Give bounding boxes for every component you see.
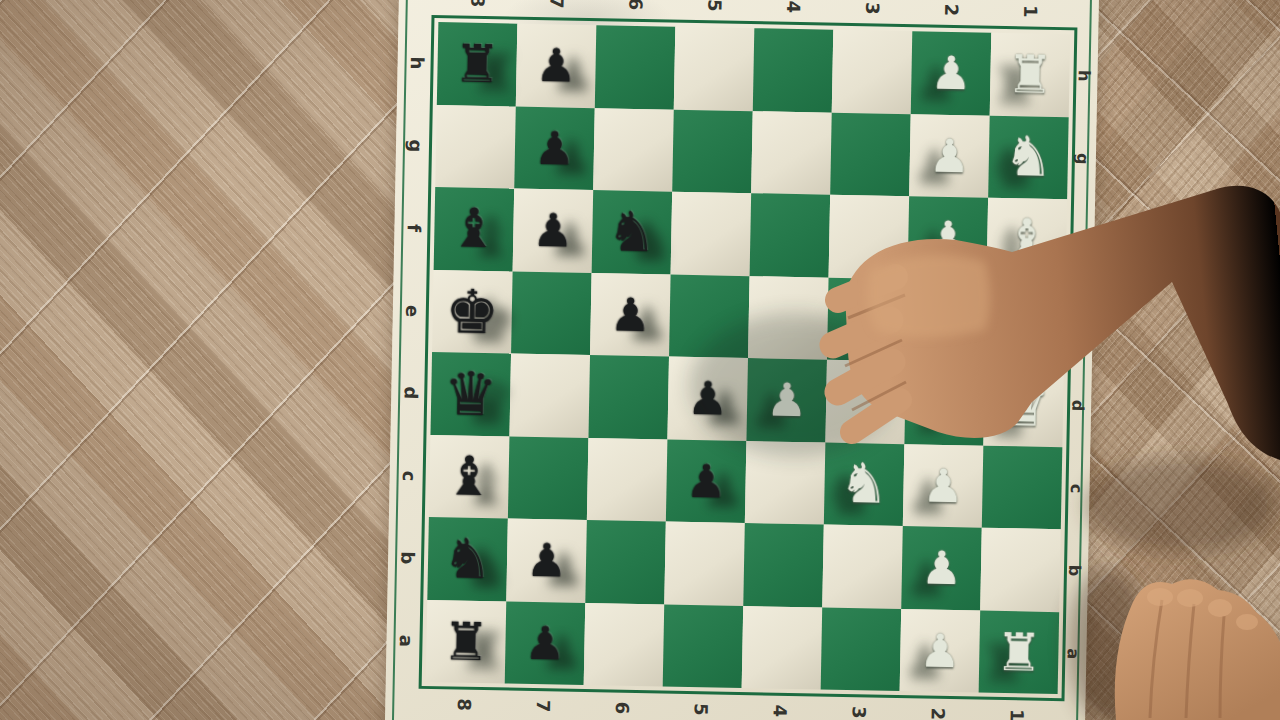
square-f6[interactable]: ♞ <box>592 190 673 274</box>
square-c3[interactable]: ♞ <box>824 442 905 526</box>
file-label-d: d <box>370 376 453 410</box>
square-b7[interactable]: ♟ <box>506 519 587 603</box>
square-d7[interactable] <box>509 354 590 438</box>
square-d5[interactable]: ♟ <box>667 357 748 441</box>
piece-black-king-e8[interactable]: ♚ <box>445 281 500 342</box>
piece-white-knight-g1[interactable]: ♞ <box>1003 129 1053 185</box>
piece-black-knight-b8[interactable]: ♞ <box>442 531 492 587</box>
piece-white-pawn-b2[interactable]: ♟ <box>920 545 962 592</box>
piece-black-pawn-f7[interactable]: ♟ <box>532 207 574 254</box>
piece-black-pawn-b7[interactable]: ♟ <box>526 537 568 584</box>
square-c6[interactable] <box>587 438 668 522</box>
square-g5[interactable] <box>672 109 753 193</box>
rank-label-5: 5 <box>685 669 719 720</box>
rank-label-4: 4 <box>764 671 798 720</box>
piece-white-pawn-e2[interactable]: ♟ <box>925 297 967 344</box>
piece-white-bishop-f1[interactable]: ♝ <box>1002 212 1051 267</box>
file-label-a: a <box>1032 641 1115 665</box>
square-e4[interactable] <box>748 276 829 360</box>
rank-label-5: 5 <box>699 0 733 45</box>
piece-white-rook-a1[interactable]: ♜ <box>995 626 1043 679</box>
piece-black-pawn-a7[interactable]: ♟ <box>524 620 566 667</box>
square-e2[interactable]: ♟ <box>906 279 987 363</box>
scene: 87654321 87654321 hgfedcba hgfedcba ♜♟♟♜… <box>0 0 1280 720</box>
square-b5[interactable] <box>664 522 745 606</box>
square-g2[interactable]: ♟ <box>909 114 990 198</box>
piece-white-king-e1[interactable]: ♚ <box>998 292 1053 353</box>
piece-white-bishop-d2[interactable]: ♝ <box>920 376 969 431</box>
rank-label-7: 7 <box>541 0 575 42</box>
square-b2[interactable]: ♟ <box>901 526 982 610</box>
piece-white-pawn-d4[interactable]: ♟ <box>766 377 808 424</box>
file-label-b: b <box>367 541 450 575</box>
file-label-f: f <box>373 211 456 245</box>
square-b4[interactable] <box>743 523 824 607</box>
square-c2[interactable]: ♟ <box>903 444 984 528</box>
rank-labels-bottom: 87654321 <box>425 688 1057 720</box>
square-d3[interactable] <box>825 360 906 444</box>
square-f2[interactable]: ♟ <box>908 196 989 280</box>
square-e7[interactable] <box>511 271 592 355</box>
piece-white-rook-h1[interactable]: ♜ <box>1006 48 1054 101</box>
piece-white-pawn-a2[interactable]: ♟ <box>919 627 961 674</box>
square-g7[interactable]: ♟ <box>514 106 595 190</box>
square-e6[interactable]: ♟ <box>590 273 671 357</box>
square-b3[interactable] <box>822 525 903 609</box>
square-c7[interactable] <box>508 436 589 520</box>
piece-black-bishop-c8[interactable]: ♝ <box>444 449 493 504</box>
piece-black-pawn-h7[interactable]: ♟ <box>535 42 577 89</box>
square-f4[interactable] <box>750 193 831 277</box>
piece-black-pawn-d5[interactable]: ♟ <box>687 375 729 422</box>
piece-black-rook-a8[interactable]: ♜ <box>442 615 490 668</box>
piece-black-queen-d8[interactable]: ♛ <box>443 364 498 425</box>
rank-label-3: 3 <box>843 673 877 720</box>
square-f7[interactable]: ♟ <box>513 189 594 273</box>
file-label-h: h <box>376 46 459 80</box>
file-label-g: g <box>1041 146 1124 170</box>
file-label-b: b <box>1034 559 1117 583</box>
file-label-a: a <box>365 624 448 658</box>
square-d4[interactable]: ♟ <box>746 358 827 442</box>
square-b6[interactable] <box>585 520 666 604</box>
file-label-h: h <box>1043 64 1126 88</box>
piece-black-bishop-f8[interactable]: ♝ <box>449 202 498 257</box>
piece-black-rook-h8[interactable]: ♜ <box>453 38 501 91</box>
square-e3[interactable] <box>827 277 908 361</box>
rank-label-6: 6 <box>620 0 654 44</box>
file-label-e: e <box>371 294 454 328</box>
piece-black-pawn-g7[interactable]: ♟ <box>533 125 575 172</box>
square-c5[interactable]: ♟ <box>666 439 747 523</box>
square-g6[interactable] <box>593 108 674 192</box>
rank-label-7: 7 <box>527 666 561 720</box>
file-label-c: c <box>1035 476 1118 500</box>
square-d6[interactable] <box>588 355 669 439</box>
square-c4[interactable] <box>745 441 826 525</box>
square-g3[interactable] <box>830 112 911 196</box>
piece-white-pawn-c2[interactable]: ♟ <box>922 462 964 509</box>
rank-label-8: 8 <box>448 665 482 720</box>
rank-label-3: 3 <box>856 0 890 48</box>
piece-white-pawn-g2[interactable]: ♟ <box>928 132 970 179</box>
chess-mat: 87654321 87654321 hgfedcba hgfedcba ♜♟♟♜… <box>385 0 1099 720</box>
piece-white-pawn-h2[interactable]: ♟ <box>930 50 972 97</box>
square-f5[interactable] <box>671 192 752 276</box>
rank-label-4: 4 <box>777 0 811 47</box>
chess-board: ♜♟♟♜♟♟♞♝♟♞♟♝♚♟♟♚♛♟♟♝♛♝♟♞♟♞♟♟♜♟♟♜ <box>426 22 1071 694</box>
file-label-c: c <box>368 459 451 493</box>
square-g4[interactable] <box>751 111 832 195</box>
piece-black-pawn-e6[interactable]: ♟ <box>609 291 651 338</box>
file-label-g: g <box>374 129 457 163</box>
rank-label-2: 2 <box>935 0 969 50</box>
piece-white-pawn-f2[interactable]: ♟ <box>927 215 969 262</box>
square-d2[interactable]: ♝ <box>904 361 985 445</box>
piece-white-queen-d1[interactable]: ♛ <box>996 374 1051 435</box>
square-f3[interactable] <box>829 195 910 279</box>
file-label-f: f <box>1040 229 1123 253</box>
square-e5[interactable] <box>669 274 750 358</box>
rank-label-6: 6 <box>606 668 640 720</box>
piece-white-knight-c3[interactable]: ♞ <box>839 456 889 512</box>
piece-black-pawn-c5[interactable]: ♟ <box>685 458 727 505</box>
rank-label-2: 2 <box>922 674 956 720</box>
piece-black-knight-f6[interactable]: ♞ <box>607 204 657 260</box>
